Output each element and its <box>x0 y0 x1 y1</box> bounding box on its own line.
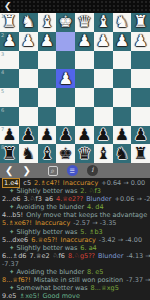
white-pawn-piece: ♟ <box>58 71 72 87</box>
analysis-line: 5...dxe66.♕e5?!Inaccuracy-3.42 → -4.00 <box>2 236 150 244</box>
annotation-text: +0.06 → -2.42 <box>114 195 150 203</box>
square-b7[interactable]: ♟ <box>113 126 132 145</box>
square-c6[interactable] <box>94 107 113 126</box>
star-icon: ✦ <box>9 203 14 211</box>
move-token[interactable]: 2.♗c4?! <box>34 179 60 187</box>
square-g3[interactable] <box>19 51 38 70</box>
move-token[interactable]: 8.♘g5?? <box>68 252 95 260</box>
move-token[interactable]: Inaccuracy <box>63 179 98 187</box>
square-b4[interactable] <box>113 69 132 88</box>
move-token[interactable]: ♗xe5! <box>19 292 39 300</box>
square-c7[interactable]: ♟ <box>94 126 113 145</box>
square-e5[interactable] <box>56 88 75 107</box>
analysis-line: ✦Somewhat better was8...♕xg5 <box>2 284 150 292</box>
square-a8[interactable]: ♜ <box>131 144 150 163</box>
move-token[interactable]: 2...e6 <box>2 195 20 203</box>
rank-label: 1 <box>1 13 4 19</box>
white-pawn-piece: ♟ <box>40 33 54 49</box>
square-b1[interactable]: ♞ <box>113 13 132 32</box>
square-g1[interactable]: ♞ <box>19 13 38 32</box>
annotation-text: -3.42 → -4.00 <box>99 236 142 244</box>
square-f5[interactable] <box>38 88 57 107</box>
annotation-text: Somewhat better was <box>16 284 87 292</box>
square-a7[interactable]: ♟ <box>131 126 150 145</box>
square-e8[interactable]: ♚ <box>56 144 75 163</box>
analysis-line: ✦Avoiding the blunder4. d4 <box>2 203 150 211</box>
square-h1[interactable]: 1♜ <box>0 13 19 32</box>
rank-label: 2 <box>1 32 4 38</box>
star-icon: ✦ <box>9 268 14 276</box>
annotation-text: Slightly better was <box>16 187 77 195</box>
black-king-piece: ♚ <box>58 146 72 162</box>
square-c1[interactable]: ♝ <box>94 13 113 32</box>
white-knight-piece: ♞ <box>21 14 35 30</box>
analysis-line: 1.e4c52.♗c4?!Inaccuracy+0.64 → 0.00 <box>2 179 150 187</box>
star-icon: ✦ <box>9 284 14 292</box>
square-g8[interactable]: ♞ <box>19 144 38 163</box>
square-c8[interactable]: ♝ <box>94 144 113 163</box>
square-d4[interactable] <box>75 69 94 88</box>
square-f1[interactable]: ♝ <box>38 13 57 32</box>
square-h6[interactable]: 6 <box>0 107 19 126</box>
white-pawn-piece: ♟ <box>115 33 129 49</box>
analysis-line: ✦Slightly better was5. ♗b3 <box>2 228 150 236</box>
square-a5[interactable] <box>131 88 150 107</box>
black-knight-piece: ♞ <box>115 146 129 162</box>
square-g5[interactable] <box>19 88 38 107</box>
square-d2[interactable]: ♟ <box>75 32 94 51</box>
rank-label: 6 <box>1 107 4 113</box>
square-h2[interactable]: 2♟ <box>0 32 19 51</box>
black-pawn-piece: ♟ <box>2 127 16 143</box>
annotation-text: -4.13 → <box>126 252 150 260</box>
board-search-icon[interactable]: ⌕ <box>48 166 58 176</box>
rank-label: 7 <box>1 126 4 132</box>
annotation-text: -7.37 → -5.59 <box>126 276 150 284</box>
black-pawn-piece: ♟ <box>96 127 110 143</box>
square-a4[interactable] <box>131 69 150 88</box>
square-d1[interactable]: ♛ <box>75 13 94 32</box>
white-king-piece: ♚ <box>58 14 72 30</box>
white-pawn-piece: ♟ <box>2 33 16 49</box>
prev-move-button[interactable]: ❮ <box>5 163 13 178</box>
move-token[interactable]: Good move <box>43 292 80 300</box>
black-queen-piece: ♛ <box>77 146 91 162</box>
analysis-line: 5.♗xe6?!Inaccuracy-2.57 → -3.35 <box>2 219 150 227</box>
square-h3[interactable]: 3 <box>0 51 19 70</box>
white-pawn-piece: ♟ <box>96 33 110 49</box>
square-h8[interactable]: 8♜ <box>0 144 19 163</box>
square-c4[interactable] <box>94 69 113 88</box>
analysis-line: 6...♗d67.♕e2♘f68.♘g5??Blunder-4.13 → <box>2 252 150 260</box>
move-token[interactable]: ♘f6 <box>53 252 65 260</box>
black-bishop-piece: ♝ <box>40 146 54 162</box>
menu-icon[interactable]: ☰ <box>67 165 78 176</box>
annotation-text: Mistake in still won position <box>34 276 124 284</box>
square-d6[interactable] <box>75 107 94 126</box>
square-f7[interactable]: ♟ <box>38 126 57 145</box>
square-a2[interactable]: ♟ <box>131 32 150 51</box>
analysis-line: 8...♕f6?!Mistake in still won position-7… <box>2 276 150 284</box>
annotation-text: Only move that keeps the advantage <box>26 211 147 219</box>
move-token[interactable]: 6. a4 <box>80 244 96 252</box>
black-pawn-piece: ♟ <box>115 127 129 143</box>
black-pawn-piece: ♟ <box>58 127 72 143</box>
square-b3[interactable] <box>113 51 132 70</box>
black-rook-piece: ♜ <box>133 146 147 162</box>
app-header: ❮ <box>0 0 150 13</box>
analysis-line: ✦Slightly better was2. ♘f3 <box>2 187 150 195</box>
annotation-text: -7.37 <box>2 260 19 268</box>
square-f3[interactable] <box>38 51 57 70</box>
star-icon: ✦ <box>9 244 14 252</box>
square-h5[interactable]: 5 <box>0 88 19 107</box>
square-e1[interactable]: ♚ <box>56 13 75 32</box>
square-f2[interactable]: ♟ <box>38 32 57 51</box>
analysis-line: ✦Avoiding the blunder8. e5 <box>2 268 150 276</box>
analysis-line: ✦Slightly better was6. a4 <box>2 244 150 252</box>
next-move-button[interactable]: ❯ <box>22 163 30 178</box>
square-g2[interactable]: ♟ <box>19 32 38 51</box>
square-e7[interactable]: ♟ <box>56 126 75 145</box>
square-g4[interactable] <box>19 69 38 88</box>
white-bishop-piece: ♝ <box>96 14 110 30</box>
square-c2[interactable]: ♟ <box>94 32 113 51</box>
move-token[interactable]: 4...b5! <box>2 211 23 219</box>
square-b6[interactable] <box>113 107 132 126</box>
black-bishop-piece: ♝ <box>96 146 110 162</box>
annotation-text: Blunder <box>98 252 123 260</box>
square-f6[interactable] <box>38 107 57 126</box>
analysis-line: 2...e63.♘f3a64.♕e2??Blunder+0.06 → -2.42 <box>2 195 150 203</box>
black-pawn-piece: ♟ <box>77 127 91 143</box>
move-token[interactable]: 6.♕e5?! <box>31 236 57 244</box>
move-token[interactable]: 4.♕e2?? <box>56 195 83 203</box>
analysis-line: 9.e5♗xe5!Good move <box>2 292 150 300</box>
move-token[interactable]: 7.♕e2 <box>29 252 49 260</box>
square-g6[interactable] <box>19 107 38 126</box>
move-token[interactable]: 8...♕xg5 <box>91 284 119 292</box>
square-g7[interactable]: ♟ <box>19 126 38 145</box>
square-b8[interactable]: ♞ <box>113 144 132 163</box>
rank-label: 5 <box>1 88 4 94</box>
square-f8[interactable]: ♝ <box>38 144 57 163</box>
square-e6[interactable] <box>56 107 75 126</box>
white-pawn-piece: ♟ <box>77 33 91 49</box>
rank-label: 3 <box>1 51 4 57</box>
move-token[interactable]: 5...dxe6 <box>2 236 28 244</box>
white-pawn-piece: ♟ <box>133 33 147 49</box>
square-d3[interactable] <box>75 51 94 70</box>
move-token[interactable]: Inaccuracy <box>60 236 95 244</box>
square-h7[interactable]: 7♟ <box>0 126 19 145</box>
white-knight-piece: ♞ <box>115 14 129 30</box>
analysis-line: -7.37 <box>2 260 150 268</box>
move-token[interactable]: 5. ♗b3 <box>80 228 102 236</box>
move-token[interactable]: 3.♘f3 <box>23 195 41 203</box>
move-token[interactable]: Inaccuracy <box>35 219 70 227</box>
chess-board[interactable]: 1♜♞♝♚♛♝♞♜2♟♟♟♟♟♟♟34♟567♟♟♟♟♟♟♟♟8♜♞♝♚♛♝♞♜ <box>0 13 150 163</box>
annotation-text: Avoiding the blunder <box>16 268 84 276</box>
white-rook-piece: ♜ <box>133 14 147 30</box>
star-icon: ✦ <box>9 228 14 236</box>
move-token[interactable]: 9.e5 <box>2 292 16 300</box>
square-a3[interactable] <box>131 51 150 70</box>
square-c5[interactable] <box>94 88 113 107</box>
move-token[interactable]: 5.♗xe6?! <box>2 219 32 227</box>
annotation-text: Slightly better was <box>16 228 77 236</box>
square-b5[interactable] <box>113 88 132 107</box>
square-e2[interactable] <box>56 32 75 51</box>
move-token[interactable]: 4. d4 <box>87 203 104 211</box>
square-d7[interactable]: ♟ <box>75 126 94 145</box>
move-list: 1.e4c52.♗c4?!Inaccuracy+0.64 → 0.00✦Slig… <box>0 178 150 300</box>
move-token[interactable]: 8...♕f6?! <box>2 276 31 284</box>
square-a1[interactable]: ♜ <box>131 13 150 32</box>
black-pawn-piece: ♟ <box>133 127 147 143</box>
back-icon[interactable]: ❮ <box>0 0 16 13</box>
square-a6[interactable] <box>131 107 150 126</box>
annotation-text: +0.64 → 0.00 <box>101 179 145 187</box>
square-f4[interactable] <box>38 69 57 88</box>
black-pawn-piece: ♟ <box>40 127 54 143</box>
black-pawn-piece: ♟ <box>21 127 35 143</box>
square-b2[interactable]: ♟ <box>113 32 132 51</box>
white-queen-piece: ♛ <box>77 14 91 30</box>
square-d8[interactable]: ♛ <box>75 144 94 163</box>
black-rook-piece: ♜ <box>2 146 16 162</box>
rank-label: 8 <box>1 144 4 150</box>
move-token[interactable]: c5 <box>23 179 31 187</box>
analysis-toolbar: ❮ ❯ ⌕ ☰ i <box>0 163 150 178</box>
black-knight-piece: ♞ <box>21 146 35 162</box>
info-icon[interactable]: i <box>87 165 98 176</box>
white-bishop-piece: ♝ <box>40 14 54 30</box>
star-icon: ✦ <box>9 187 14 195</box>
analysis-line: 4...b5!Only move that keeps the advantag… <box>2 211 150 219</box>
annotation-text: Blunder <box>86 195 111 203</box>
white-rook-piece: ♜ <box>2 14 16 30</box>
white-pawn-piece: ♟ <box>21 33 35 49</box>
rank-label: 4 <box>1 69 4 75</box>
annotation-text: Avoiding the blunder <box>16 203 84 211</box>
annotation-text: -2.57 → -3.35 <box>73 219 116 227</box>
move-token[interactable]: 2. ♘f3 <box>80 187 101 195</box>
square-e3[interactable] <box>56 51 75 70</box>
square-h4[interactable]: 4 <box>0 69 19 88</box>
move-token[interactable]: a6 <box>45 195 53 203</box>
move-token[interactable]: 6...♗d6 <box>2 252 26 260</box>
square-d5[interactable] <box>75 88 94 107</box>
square-e4[interactable]: ♟ <box>56 69 75 88</box>
square-c3[interactable] <box>94 51 113 70</box>
move-token[interactable]: 8. e5 <box>87 268 103 276</box>
annotation-text: Slightly better was <box>16 244 77 252</box>
